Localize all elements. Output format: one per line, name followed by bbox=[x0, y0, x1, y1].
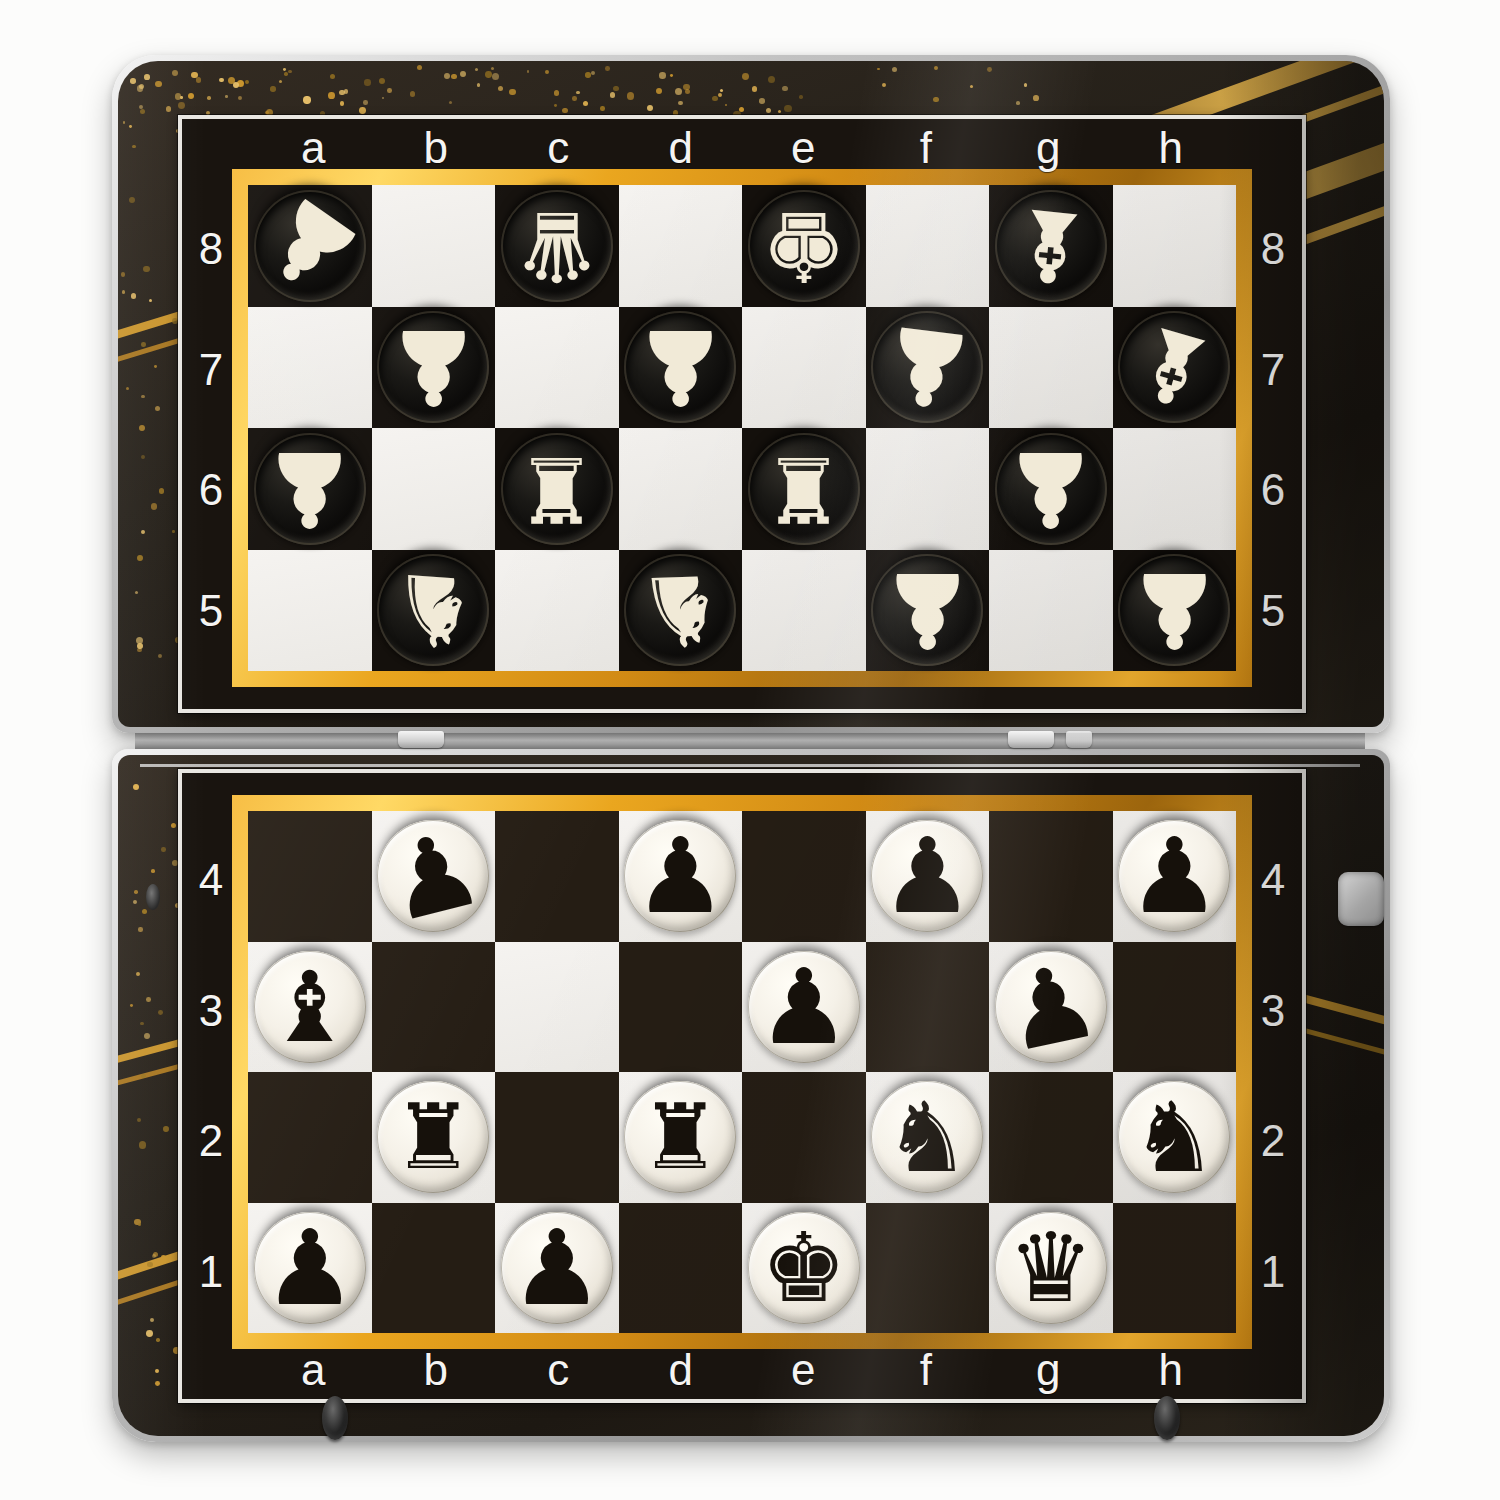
pawn-glyph: ♟ bbox=[634, 824, 727, 928]
rank-label-5: 5 bbox=[199, 589, 223, 633]
piece-black-pawn-a6[interactable]: ♟ bbox=[254, 433, 366, 545]
file-label-g: g bbox=[1036, 126, 1060, 170]
latch-dimple bbox=[1154, 1396, 1180, 1440]
file-label-d: d bbox=[669, 126, 693, 170]
piece-white-rook-b2[interactable]: ♜ bbox=[377, 1081, 489, 1193]
pawn-glyph: ♟ bbox=[263, 437, 356, 541]
file-label-b: b bbox=[424, 126, 448, 170]
rank-label-3: 3 bbox=[199, 989, 223, 1033]
piece-black-king-e8[interactable]: ♚ bbox=[748, 190, 860, 302]
tin-top-half: ♟♛♚♝♟♟♟♝♟♜♜♟♞♞♟♟ abcdefgh88776655 bbox=[112, 55, 1390, 733]
rook-glyph: ♜ bbox=[640, 1092, 721, 1182]
knight-glyph: ♞ bbox=[884, 1089, 971, 1186]
rank-label-1: 1 bbox=[1261, 1250, 1285, 1294]
piece-white-rook-d2[interactable]: ♜ bbox=[624, 1081, 736, 1193]
pawn-glyph: ♟ bbox=[994, 946, 1107, 1067]
tin-top-print: ♟♛♚♝♟♟♟♝♟♜♜♟♞♞♟♟ abcdefgh88776655 bbox=[118, 61, 1384, 727]
file-label-a: a bbox=[301, 126, 325, 170]
rank-label-7: 7 bbox=[199, 348, 223, 392]
file-label-f: f bbox=[920, 126, 932, 170]
rank-label-2: 2 bbox=[1261, 1119, 1285, 1163]
king-glyph: ♚ bbox=[761, 198, 847, 294]
piece-black-bishop-g8[interactable]: ♝ bbox=[995, 190, 1107, 302]
piece-black-bishop-h7[interactable]: ♝ bbox=[1118, 311, 1230, 423]
knight-glyph: ♞ bbox=[635, 560, 725, 660]
bishop-glyph: ♝ bbox=[1002, 192, 1100, 299]
file-label-g: g bbox=[1036, 1348, 1060, 1392]
piece-white-pawn-d4[interactable]: ♟ bbox=[624, 820, 736, 932]
pawn-glyph: ♟ bbox=[1004, 437, 1097, 541]
piece-white-knight-f2[interactable]: ♞ bbox=[871, 1081, 983, 1193]
piece-white-king-e1[interactable]: ♚ bbox=[748, 1212, 860, 1324]
rook-glyph: ♜ bbox=[393, 1092, 474, 1182]
chessboard-top-half: ♟♛♚♝♟♟♟♝♟♜♜♟♞♞♟♟ abcdefgh88776655 bbox=[178, 115, 1306, 713]
bishop-glyph: ♝ bbox=[1119, 308, 1230, 426]
bishop-glyph: ♝ bbox=[266, 958, 354, 1056]
pawn-glyph: ♟ bbox=[1128, 558, 1221, 662]
rank-label-4: 4 bbox=[1261, 858, 1285, 902]
file-label-h: h bbox=[1159, 126, 1183, 170]
pawn-glyph: ♟ bbox=[510, 1216, 603, 1320]
hinge-tab bbox=[1066, 731, 1092, 748]
piece-black-pawn-f5[interactable]: ♟ bbox=[871, 554, 983, 666]
rank-label-6: 6 bbox=[199, 468, 223, 512]
knight-glyph: ♞ bbox=[386, 559, 480, 662]
piece-black-rook-c6[interactable]: ♜ bbox=[501, 433, 613, 545]
latch-dimple bbox=[322, 1396, 348, 1440]
gold-frame: ♟♛♚♝♟♟♟♝♟♜♜♟♞♞♟♟ bbox=[232, 169, 1252, 687]
hinge-gap bbox=[135, 731, 1365, 751]
side-clasp bbox=[1338, 872, 1384, 926]
king-glyph: ♚ bbox=[761, 1220, 847, 1316]
rank-label-8: 8 bbox=[1261, 227, 1285, 271]
rank-label-2: 2 bbox=[199, 1119, 223, 1163]
piece-white-pawn-a1[interactable]: ♟ bbox=[254, 1212, 366, 1324]
piece-white-pawn-h4[interactable]: ♟ bbox=[1118, 820, 1230, 932]
gold-frame: ♟♟♟♟♝♟♟♜♜♞♞♟♟♚♛ bbox=[232, 795, 1252, 1349]
hinge-tab bbox=[1008, 731, 1054, 748]
file-label-e: e bbox=[791, 1348, 815, 1392]
rank-label-3: 3 bbox=[1261, 989, 1285, 1033]
tin-lip-highlight bbox=[140, 764, 1360, 767]
pawn-glyph: ♟ bbox=[881, 824, 974, 928]
piece-black-pawn-f7[interactable]: ♟ bbox=[871, 311, 983, 423]
file-label-e: e bbox=[791, 126, 815, 170]
hinge-tab bbox=[398, 731, 444, 748]
pawn-glyph: ♟ bbox=[242, 176, 378, 315]
piece-white-queen-g1[interactable]: ♛ bbox=[995, 1212, 1107, 1324]
file-label-h: h bbox=[1159, 1348, 1183, 1392]
piece-white-pawn-g3[interactable]: ♟ bbox=[995, 951, 1107, 1063]
queen-glyph: ♛ bbox=[514, 198, 600, 294]
piece-black-pawn-b7[interactable]: ♟ bbox=[377, 311, 489, 423]
rank-label-5: 5 bbox=[1261, 589, 1285, 633]
file-label-c: c bbox=[547, 126, 569, 170]
rank-label-1: 1 bbox=[199, 1250, 223, 1294]
knight-glyph: ♞ bbox=[1131, 1089, 1218, 1186]
pawn-glyph: ♟ bbox=[634, 315, 727, 419]
rank-label-6: 6 bbox=[1261, 468, 1285, 512]
piece-black-pawn-g6[interactable]: ♟ bbox=[995, 433, 1107, 545]
pawn-glyph: ♟ bbox=[881, 558, 974, 662]
piece-black-knight-b5[interactable]: ♞ bbox=[377, 554, 489, 666]
rank-label-7: 7 bbox=[1261, 348, 1285, 392]
file-label-d: d bbox=[669, 1348, 693, 1392]
piece-white-pawn-f4[interactable]: ♟ bbox=[871, 820, 983, 932]
tin-bottom-half: ♟♟♟♟♝♟♟♜♜♞♞♟♟♚♛ abcdefgh44332211 bbox=[112, 749, 1390, 1442]
tin-bottom-print: ♟♟♟♟♝♟♟♜♜♞♞♟♟♚♛ abcdefgh44332211 bbox=[118, 755, 1384, 1436]
piece-black-pawn-a8[interactable]: ♟ bbox=[254, 190, 366, 302]
rank-label-4: 4 bbox=[199, 858, 223, 902]
piece-black-queen-c8[interactable]: ♛ bbox=[501, 190, 613, 302]
pawn-glyph: ♟ bbox=[1128, 824, 1221, 928]
piece-black-pawn-d7[interactable]: ♟ bbox=[624, 311, 736, 423]
pawn-glyph: ♟ bbox=[757, 955, 850, 1059]
queen-glyph: ♛ bbox=[1008, 1220, 1094, 1316]
rook-glyph: ♜ bbox=[516, 444, 597, 534]
file-label-a: a bbox=[301, 1348, 325, 1392]
rank-label-8: 8 bbox=[199, 227, 223, 271]
piece-white-pawn-b4[interactable]: ♟ bbox=[377, 820, 489, 932]
pieces-layer: ♟♟♟♟♝♟♟♜♜♞♞♟♟♚♛ bbox=[248, 811, 1236, 1333]
pawn-glyph: ♟ bbox=[875, 310, 980, 425]
file-label-c: c bbox=[547, 1348, 569, 1392]
pawn-glyph: ♟ bbox=[375, 815, 491, 938]
chessboard-bottom-half: ♟♟♟♟♝♟♟♜♜♞♞♟♟♚♛ abcdefgh44332211 bbox=[178, 769, 1306, 1403]
piece-black-knight-d5[interactable]: ♞ bbox=[624, 554, 736, 666]
pawn-glyph: ♟ bbox=[263, 1216, 356, 1320]
file-label-f: f bbox=[920, 1348, 932, 1392]
piece-white-pawn-c1[interactable]: ♟ bbox=[501, 1212, 613, 1324]
piece-black-pawn-h5[interactable]: ♟ bbox=[1118, 554, 1230, 666]
pieces-layer: ♟♛♚♝♟♟♟♝♟♜♜♟♞♞♟♟ bbox=[248, 185, 1236, 671]
piece-white-pawn-e3[interactable]: ♟ bbox=[748, 951, 860, 1063]
piece-white-bishop-a3[interactable]: ♝ bbox=[254, 951, 366, 1063]
rook-glyph: ♜ bbox=[763, 444, 844, 534]
file-label-b: b bbox=[424, 1348, 448, 1392]
chess-tin-scene: ♟♛♚♝♟♟♟♝♟♜♜♟♞♞♟♟ abcdefgh88776655 ♟♟♟♟♝♟… bbox=[0, 0, 1500, 1500]
piece-white-knight-h2[interactable]: ♞ bbox=[1118, 1081, 1230, 1193]
pawn-glyph: ♟ bbox=[387, 315, 480, 419]
piece-black-rook-e6[interactable]: ♜ bbox=[748, 433, 860, 545]
side-dimple bbox=[146, 884, 160, 910]
